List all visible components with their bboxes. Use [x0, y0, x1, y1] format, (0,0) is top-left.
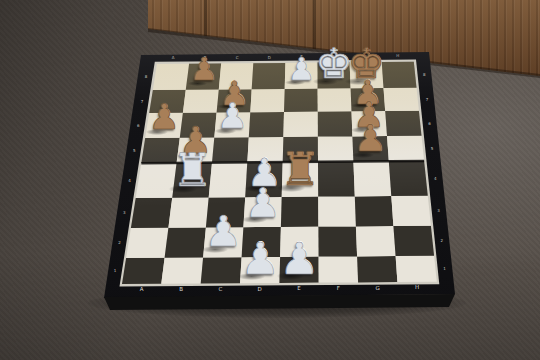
file-label-near-g: G: [376, 286, 380, 292]
rank-label-left-5: 5: [133, 149, 136, 153]
file-label-near-e: E: [297, 287, 300, 293]
rank-label-left-8: 8: [145, 75, 148, 79]
piece-bronze-pawn-a6: ♟: [149, 100, 180, 135]
rank-label-right-5: 5: [431, 147, 434, 151]
file-label-near-f: F: [337, 286, 340, 292]
piece-bronze-pawn-g5: ♟: [354, 122, 387, 159]
rank-label-right-3: 3: [437, 209, 440, 213]
rank-label-left-6: 6: [137, 124, 140, 128]
file-label-near-b: B: [179, 287, 183, 293]
piece-bronze-pawn-b8: ♟: [190, 55, 218, 86]
rank-label-left-1: 1: [114, 269, 117, 273]
chessboard-photo-scene: AABBCCDDEEFFGGHH1122334455667788♟♟♚♚♟♟♟♟…: [0, 0, 540, 360]
file-label-far-h: H: [396, 54, 399, 58]
file-label-near-c: C: [218, 287, 222, 293]
piece-silver-pawn-c6: ♟: [217, 99, 248, 134]
rank-label-left-7: 7: [141, 100, 144, 104]
piece-silver-pawn-d1: ♟: [241, 236, 280, 280]
rank-label-left-4: 4: [128, 179, 131, 183]
piece-silver-pawn-e8: ♟: [287, 54, 315, 85]
rank-label-right-2: 2: [440, 239, 443, 243]
piece-silver-pawn-d3: ♟: [245, 183, 281, 223]
piece-silver-rook-b4: ♜: [172, 148, 213, 194]
file-label-far-c: C: [236, 56, 239, 60]
file-label-far-d: D: [268, 56, 271, 60]
file-label-far-a: A: [172, 56, 175, 60]
rank-label-right-6: 6: [428, 122, 431, 126]
file-label-near-a: A: [140, 288, 144, 294]
piece-bronze-rook-e4: ♜: [280, 147, 321, 193]
rank-label-left-3: 3: [123, 211, 126, 215]
piece-silver-pawn-e1: ♟: [279, 236, 318, 280]
rank-label-right-7: 7: [426, 98, 429, 102]
rank-label-right-4: 4: [434, 177, 437, 181]
file-label-near-d: D: [258, 287, 262, 293]
rank-label-right-8: 8: [423, 73, 426, 77]
rank-label-left-2: 2: [118, 241, 121, 245]
rank-label-right-1: 1: [443, 267, 446, 271]
piece-silver-pawn-c2: ♟: [205, 212, 243, 254]
file-label-near-h: H: [415, 286, 419, 292]
